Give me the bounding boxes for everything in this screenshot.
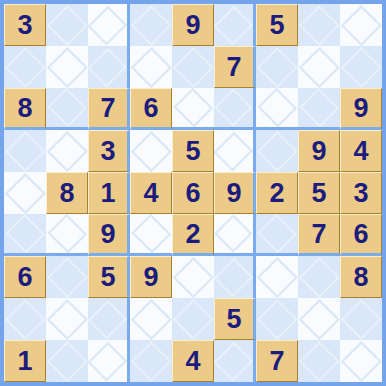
cell-r3c7[interactable] (256, 88, 298, 130)
empty-cell-diamond-icon (215, 89, 252, 126)
cell-r8c5[interactable] (172, 298, 214, 340)
empty-cell-diamond-icon (300, 88, 339, 127)
cell-r1c8[interactable] (298, 4, 340, 46)
sudoku-board: 39578769359481469253927665985147 (0, 0, 386, 386)
cell-r5c5: 6 (172, 172, 214, 214)
empty-cell-diamond-icon (5, 47, 45, 87)
cell-r2c3[interactable] (88, 46, 130, 88)
empty-cell-diamond-icon (215, 215, 252, 252)
empty-cell-diamond-icon (131, 47, 171, 87)
cell-r2c1[interactable] (4, 46, 46, 88)
cell-r2c8[interactable] (298, 46, 340, 88)
cell-r4c9: 4 (340, 130, 382, 172)
cell-r9c3[interactable] (88, 340, 130, 382)
cell-r4c4[interactable] (130, 130, 172, 172)
cell-r9c2[interactable] (46, 340, 88, 382)
cell-r5c1[interactable] (4, 172, 46, 214)
empty-cell-diamond-icon (258, 214, 297, 253)
cell-r8c7[interactable] (256, 298, 298, 340)
cell-r8c1[interactable] (4, 298, 46, 340)
empty-cell-diamond-icon (257, 47, 297, 87)
cell-r5c4: 4 (130, 172, 172, 214)
cell-r9c8[interactable] (298, 340, 340, 382)
cell-r4c7[interactable] (256, 130, 298, 172)
cell-r3c6[interactable] (214, 88, 256, 130)
cell-r1c3[interactable] (88, 4, 130, 46)
cell-r8c4[interactable] (130, 298, 172, 340)
cell-r4c3: 3 (88, 130, 130, 172)
empty-cell-diamond-icon (341, 47, 381, 87)
empty-cell-diamond-icon (341, 299, 381, 339)
cell-r1c5: 9 (172, 4, 214, 46)
empty-cell-diamond-icon (341, 5, 381, 45)
cell-r7c5[interactable] (172, 256, 214, 298)
cell-r7c9: 8 (340, 256, 382, 298)
cell-r1c4[interactable] (130, 4, 172, 46)
cell-r7c6[interactable] (214, 256, 256, 298)
empty-cell-diamond-icon (341, 341, 381, 381)
cell-r2c6: 7 (214, 46, 256, 88)
empty-cell-diamond-icon (299, 299, 339, 339)
empty-cell-diamond-icon (6, 214, 45, 253)
cell-r5c3: 1 (88, 172, 130, 214)
cell-r3c8[interactable] (298, 88, 340, 130)
cell-r8c9[interactable] (340, 298, 382, 340)
empty-cell-diamond-icon (48, 88, 87, 127)
cell-r8c3[interactable] (88, 298, 130, 340)
empty-cell-diamond-icon (131, 131, 171, 171)
cell-r6c5: 2 (172, 214, 214, 256)
cell-r7c8[interactable] (298, 256, 340, 298)
empty-cell-diamond-icon (299, 257, 339, 297)
empty-cell-diamond-icon (47, 47, 87, 87)
cell-r6c2[interactable] (46, 214, 88, 256)
empty-cell-diamond-icon (214, 132, 253, 171)
empty-cell-diamond-icon (88, 48, 127, 87)
cell-r3c3: 7 (88, 88, 130, 130)
cell-r4c6[interactable] (214, 130, 256, 172)
cell-r8c6: 5 (214, 298, 256, 340)
cell-r6c1[interactable] (4, 214, 46, 256)
cell-r1c9[interactable] (340, 4, 382, 46)
cell-r7c2[interactable] (46, 256, 88, 298)
empty-cell-diamond-icon (47, 341, 87, 381)
empty-cell-diamond-icon (5, 299, 45, 339)
cell-r9c5: 4 (172, 340, 214, 382)
cell-r8c8[interactable] (298, 298, 340, 340)
empty-cell-diamond-icon (173, 47, 213, 87)
cell-r6c6[interactable] (214, 214, 256, 256)
cell-r9c1: 1 (4, 340, 46, 382)
cell-r7c3: 5 (88, 256, 130, 298)
cell-r4c2[interactable] (46, 130, 88, 172)
empty-cell-diamond-icon (88, 6, 127, 45)
cell-r5c7: 2 (256, 172, 298, 214)
empty-cell-diamond-icon (214, 342, 253, 381)
empty-cell-diamond-icon (173, 299, 213, 339)
cell-r5c6: 9 (214, 172, 256, 214)
empty-cell-diamond-icon (88, 300, 127, 339)
cell-r1c7: 5 (256, 4, 298, 46)
cell-r3c5[interactable] (172, 88, 214, 130)
cell-r3c1: 8 (4, 88, 46, 130)
cell-r1c1: 3 (4, 4, 46, 46)
cell-r2c2[interactable] (46, 46, 88, 88)
cell-r2c5[interactable] (172, 46, 214, 88)
empty-cell-diamond-icon (299, 5, 339, 45)
empty-cell-diamond-icon (214, 6, 253, 45)
empty-cell-diamond-icon (299, 341, 339, 381)
cell-r2c9[interactable] (340, 46, 382, 88)
cell-r4c1[interactable] (4, 130, 46, 172)
cell-r8c2[interactable] (46, 298, 88, 340)
empty-cell-diamond-icon (131, 299, 171, 339)
cell-r7c4: 9 (130, 256, 172, 298)
cell-r9c6[interactable] (214, 340, 256, 382)
cell-r9c9[interactable] (340, 340, 382, 382)
empty-cell-diamond-icon (258, 88, 297, 127)
cell-r5c8: 5 (298, 172, 340, 214)
empty-cell-diamond-icon (5, 173, 45, 213)
empty-cell-diamond-icon (173, 257, 213, 297)
cell-r1c6[interactable] (214, 4, 256, 46)
empty-cell-diamond-icon (299, 47, 339, 87)
empty-cell-diamond-icon (257, 131, 297, 171)
empty-cell-diamond-icon (257, 299, 297, 339)
cell-r3c2[interactable] (46, 88, 88, 130)
empty-cell-diamond-icon (47, 5, 87, 45)
empty-cell-diamond-icon (257, 257, 297, 297)
cell-r2c7[interactable] (256, 46, 298, 88)
empty-cell-diamond-icon (47, 257, 87, 297)
empty-cell-diamond-icon (47, 131, 87, 171)
empty-cell-diamond-icon (88, 342, 127, 381)
empty-cell-diamond-icon (131, 5, 171, 45)
cell-r5c9: 3 (340, 172, 382, 214)
empty-cell-diamond-icon (132, 214, 171, 253)
cell-r4c8: 9 (298, 130, 340, 172)
cell-r3c9: 9 (340, 88, 382, 130)
cell-r6c7[interactable] (256, 214, 298, 256)
empty-cell-diamond-icon (214, 258, 253, 297)
cell-r6c8: 7 (298, 214, 340, 256)
cell-r9c4[interactable] (130, 340, 172, 382)
empty-cell-diamond-icon (174, 88, 213, 127)
empty-cell-diamond-icon (5, 131, 45, 171)
cell-r6c4[interactable] (130, 214, 172, 256)
empty-cell-diamond-icon (47, 299, 87, 339)
cell-r5c2: 8 (46, 172, 88, 214)
cell-r7c1: 6 (4, 256, 46, 298)
empty-cell-diamond-icon (48, 214, 87, 253)
cell-r7c7[interactable] (256, 256, 298, 298)
cell-r4c5: 5 (172, 130, 214, 172)
cell-r6c3: 9 (88, 214, 130, 256)
cell-r9c7: 7 (256, 340, 298, 382)
cell-r3c4: 6 (130, 88, 172, 130)
cell-r1c2[interactable] (46, 4, 88, 46)
cell-r2c4[interactable] (130, 46, 172, 88)
cell-r6c9: 6 (340, 214, 382, 256)
empty-cell-diamond-icon (131, 341, 171, 381)
